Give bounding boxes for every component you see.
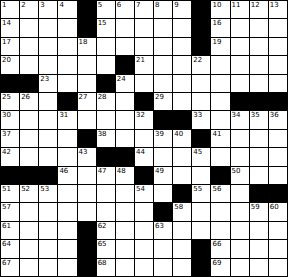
clue-number: 5 bbox=[98, 1, 102, 9]
clue-number: 69 bbox=[212, 259, 221, 267]
block-r6c13 bbox=[231, 93, 249, 110]
cell-r12c4[interactable] bbox=[58, 203, 76, 220]
cell-r3c2[interactable] bbox=[20, 38, 38, 55]
cell-r5c15[interactable] bbox=[269, 75, 287, 92]
cell-r11c3[interactable]: 53 bbox=[39, 185, 57, 202]
cell-r1c2[interactable]: 2 bbox=[20, 1, 38, 18]
clue-number: 59 bbox=[251, 203, 260, 211]
cell-r8c9[interactable]: 39 bbox=[154, 130, 172, 147]
cell-r1c8[interactable]: 7 bbox=[135, 1, 153, 18]
clue-number: 33 bbox=[193, 111, 202, 119]
cell-r15c7[interactable] bbox=[116, 259, 134, 276]
cell-r11c1[interactable]: 51 bbox=[1, 185, 19, 202]
crossword-board: 1234567891011121314151617181920212223242… bbox=[0, 0, 288, 277]
cell-r6c10[interactable] bbox=[173, 93, 191, 110]
block-r14c11 bbox=[192, 240, 210, 257]
clue-number: 20 bbox=[2, 56, 11, 64]
clue-number: 67 bbox=[2, 259, 11, 267]
cell-r1c15[interactable]: 13 bbox=[269, 1, 287, 18]
cell-r2c2[interactable] bbox=[20, 19, 38, 36]
block-r10c1 bbox=[1, 167, 19, 184]
cell-r11c5[interactable] bbox=[78, 185, 96, 202]
cell-r3c6[interactable] bbox=[97, 38, 115, 55]
block-r6c14 bbox=[250, 93, 268, 110]
cell-r5c11[interactable] bbox=[192, 75, 210, 92]
clue-number: 64 bbox=[2, 240, 11, 248]
clue-number: 1 bbox=[2, 1, 6, 9]
cell-r1c6[interactable]: 5 bbox=[97, 1, 115, 18]
cell-r8c13[interactable] bbox=[231, 130, 249, 147]
cell-r10c9[interactable]: 49 bbox=[154, 167, 172, 184]
clue-number: 42 bbox=[2, 148, 11, 156]
clue-number: 31 bbox=[59, 111, 68, 119]
block-r11c15 bbox=[269, 185, 287, 202]
cell-r14c12[interactable]: 66 bbox=[211, 240, 229, 257]
cell-r9c15[interactable] bbox=[269, 148, 287, 165]
clue-number: 28 bbox=[98, 93, 107, 101]
clue-number: 19 bbox=[212, 38, 221, 46]
clue-number: 13 bbox=[270, 1, 279, 9]
block-r9c7 bbox=[116, 148, 134, 165]
cell-r9c11[interactable]: 45 bbox=[192, 148, 210, 165]
cell-r5c5[interactable] bbox=[78, 75, 96, 92]
cell-r4c9[interactable] bbox=[154, 56, 172, 73]
cell-r12c11[interactable] bbox=[192, 203, 210, 220]
clue-number: 24 bbox=[117, 75, 126, 83]
cell-r3c10[interactable] bbox=[173, 38, 191, 55]
block-r6c4 bbox=[58, 93, 76, 110]
cell-r13c7[interactable] bbox=[116, 222, 134, 239]
block-r10c2 bbox=[20, 167, 38, 184]
cell-r4c14[interactable] bbox=[250, 56, 268, 73]
clue-number: 22 bbox=[193, 56, 202, 64]
cell-r1c13[interactable]: 11 bbox=[231, 1, 249, 18]
block-r6c15 bbox=[269, 93, 287, 110]
cell-r14c15[interactable] bbox=[269, 240, 287, 257]
cell-r4c1[interactable]: 20 bbox=[1, 56, 19, 73]
clue-number: 3 bbox=[40, 1, 44, 9]
cell-r11c6[interactable] bbox=[97, 185, 115, 202]
cell-r13c15[interactable] bbox=[269, 222, 287, 239]
clue-number: 60 bbox=[270, 203, 279, 211]
clue-number: 45 bbox=[193, 148, 202, 156]
clue-number: 40 bbox=[174, 130, 183, 138]
cell-r8c4[interactable] bbox=[58, 130, 76, 147]
clue-number: 52 bbox=[21, 185, 30, 193]
cell-r14c9[interactable] bbox=[154, 240, 172, 257]
cell-r9c8[interactable]: 44 bbox=[135, 148, 153, 165]
cell-r13c10[interactable] bbox=[173, 222, 191, 239]
clue-number: 43 bbox=[79, 148, 88, 156]
cell-r15c10[interactable] bbox=[173, 259, 191, 276]
clue-number: 48 bbox=[117, 167, 126, 175]
clue-number: 7 bbox=[136, 1, 140, 9]
cell-r13c13[interactable] bbox=[231, 222, 249, 239]
clue-number: 55 bbox=[193, 185, 202, 193]
clue-number: 65 bbox=[98, 240, 107, 248]
cell-r15c1[interactable]: 67 bbox=[1, 259, 19, 276]
cell-r15c9[interactable] bbox=[154, 259, 172, 276]
cell-r13c11[interactable] bbox=[192, 222, 210, 239]
cell-r12c14[interactable]: 59 bbox=[250, 203, 268, 220]
clue-number: 12 bbox=[251, 1, 260, 9]
clue-number: 4 bbox=[59, 1, 63, 9]
clue-number: 56 bbox=[212, 185, 221, 193]
cell-r12c1[interactable]: 57 bbox=[1, 203, 19, 220]
block-r10c8 bbox=[135, 167, 153, 184]
cell-r1c9[interactable]: 8 bbox=[154, 1, 172, 18]
cell-r8c10[interactable]: 40 bbox=[173, 130, 191, 147]
block-r2c5 bbox=[78, 19, 96, 36]
cell-r7c1[interactable]: 30 bbox=[1, 111, 19, 128]
cell-r6c1[interactable]: 25 bbox=[1, 93, 19, 110]
cell-r14c14[interactable] bbox=[250, 240, 268, 257]
cell-r10c10[interactable] bbox=[173, 167, 191, 184]
cell-r3c1[interactable]: 17 bbox=[1, 38, 19, 55]
clue-number: 26 bbox=[21, 93, 30, 101]
cell-r12c5[interactable] bbox=[78, 203, 96, 220]
cell-r3c15[interactable] bbox=[269, 38, 287, 55]
cell-r2c1[interactable]: 14 bbox=[1, 19, 19, 36]
cell-r9c14[interactable] bbox=[250, 148, 268, 165]
cell-r6c7[interactable] bbox=[116, 93, 134, 110]
cell-r9c5[interactable]: 43 bbox=[78, 148, 96, 165]
cell-r15c4[interactable] bbox=[58, 259, 76, 276]
block-r4c7 bbox=[116, 56, 134, 73]
cell-r14c3[interactable] bbox=[39, 240, 57, 257]
clue-number: 66 bbox=[212, 240, 221, 248]
cell-r1c12[interactable]: 10 bbox=[211, 1, 229, 18]
cell-r10c4[interactable]: 46 bbox=[58, 167, 76, 184]
cell-r2c6[interactable]: 15 bbox=[97, 19, 115, 36]
clue-number: 47 bbox=[98, 167, 107, 175]
block-r10c3 bbox=[39, 167, 57, 184]
block-r7c9 bbox=[154, 111, 172, 128]
cell-r2c4[interactable] bbox=[58, 19, 76, 36]
cell-r2c9[interactable] bbox=[154, 19, 172, 36]
clue-number: 62 bbox=[98, 222, 107, 230]
cell-r13c3[interactable] bbox=[39, 222, 57, 239]
cell-r3c12[interactable]: 19 bbox=[211, 38, 229, 55]
clue-number: 39 bbox=[155, 130, 164, 138]
clue-number: 58 bbox=[174, 203, 183, 211]
cell-r5c12[interactable] bbox=[211, 75, 229, 92]
cell-r7c7[interactable] bbox=[116, 111, 134, 128]
cell-r3c8[interactable] bbox=[135, 38, 153, 55]
cell-r2c8[interactable] bbox=[135, 19, 153, 36]
cell-r11c4[interactable] bbox=[58, 185, 76, 202]
clue-number: 46 bbox=[59, 167, 68, 175]
cell-r10c14[interactable] bbox=[250, 167, 268, 184]
cell-r8c12[interactable]: 41 bbox=[211, 130, 229, 147]
cell-r8c8[interactable] bbox=[135, 130, 153, 147]
cell-r8c15[interactable] bbox=[269, 130, 287, 147]
block-r11c14 bbox=[250, 185, 268, 202]
cell-r8c1[interactable]: 37 bbox=[1, 130, 19, 147]
cell-r5c10[interactable] bbox=[173, 75, 191, 92]
cell-r4c11[interactable]: 22 bbox=[192, 56, 210, 73]
clue-number: 36 bbox=[270, 111, 279, 119]
clue-number: 16 bbox=[212, 19, 221, 27]
block-r15c5 bbox=[78, 259, 96, 276]
cell-r15c14[interactable] bbox=[250, 259, 268, 276]
cell-r7c15[interactable]: 36 bbox=[269, 111, 287, 128]
cell-r1c1[interactable]: 1 bbox=[1, 1, 19, 18]
clue-number: 38 bbox=[98, 130, 107, 138]
block-r8c11 bbox=[192, 130, 210, 147]
cell-r15c12[interactable]: 69 bbox=[211, 259, 229, 276]
clue-number: 23 bbox=[40, 75, 49, 83]
cell-r11c2[interactable]: 52 bbox=[20, 185, 38, 202]
cell-r14c7[interactable] bbox=[116, 240, 134, 257]
cell-r6c5[interactable]: 27 bbox=[78, 93, 96, 110]
cell-r15c3[interactable] bbox=[39, 259, 57, 276]
block-r1c11 bbox=[192, 1, 210, 18]
cell-r12c8[interactable] bbox=[135, 203, 153, 220]
cell-r7c13[interactable]: 34 bbox=[231, 111, 249, 128]
cell-r4c5[interactable] bbox=[78, 56, 96, 73]
cell-r11c11[interactable]: 55 bbox=[192, 185, 210, 202]
cell-r10c7[interactable]: 48 bbox=[116, 167, 134, 184]
cell-r7c14[interactable]: 35 bbox=[250, 111, 268, 128]
cell-r13c8[interactable] bbox=[135, 222, 153, 239]
cell-r7c6[interactable] bbox=[97, 111, 115, 128]
block-r8c5 bbox=[78, 130, 96, 147]
block-r11c10 bbox=[173, 185, 191, 202]
clue-number: 2 bbox=[21, 1, 25, 9]
clue-number: 29 bbox=[155, 93, 164, 101]
clue-number: 9 bbox=[174, 1, 178, 9]
cell-r7c12[interactable] bbox=[211, 111, 229, 128]
block-r10c12 bbox=[211, 167, 229, 184]
cell-r7c11[interactable]: 33 bbox=[192, 111, 210, 128]
cell-r12c7[interactable] bbox=[116, 203, 134, 220]
cell-r14c2[interactable] bbox=[20, 240, 38, 257]
cell-r11c7[interactable] bbox=[116, 185, 134, 202]
block-r5c2 bbox=[20, 75, 38, 92]
cell-r6c6[interactable]: 28 bbox=[97, 93, 115, 110]
cell-r2c13[interactable] bbox=[231, 19, 249, 36]
clue-number: 15 bbox=[98, 19, 107, 27]
block-r1c5 bbox=[78, 1, 96, 18]
cell-r11c13[interactable] bbox=[231, 185, 249, 202]
clue-number: 49 bbox=[155, 167, 164, 175]
cell-r8c2[interactable] bbox=[20, 130, 38, 147]
cell-r11c8[interactable]: 54 bbox=[135, 185, 153, 202]
cell-r14c1[interactable]: 64 bbox=[1, 240, 19, 257]
cell-r2c14[interactable] bbox=[250, 19, 268, 36]
cell-r9c2[interactable] bbox=[20, 148, 38, 165]
clue-number: 25 bbox=[2, 93, 11, 101]
cell-r4c10[interactable] bbox=[173, 56, 191, 73]
cell-r10c6[interactable]: 47 bbox=[97, 167, 115, 184]
cell-r1c7[interactable]: 6 bbox=[116, 1, 134, 18]
cell-r13c12[interactable] bbox=[211, 222, 229, 239]
clue-number: 11 bbox=[232, 1, 241, 9]
cell-r3c3[interactable] bbox=[39, 38, 57, 55]
cell-r10c13[interactable]: 50 bbox=[231, 167, 249, 184]
clue-number: 44 bbox=[136, 148, 145, 156]
block-r9c6 bbox=[97, 148, 115, 165]
block-r5c6 bbox=[97, 75, 115, 92]
cell-r2c10[interactable] bbox=[173, 19, 191, 36]
clue-number: 27 bbox=[79, 93, 88, 101]
cell-r12c10[interactable]: 58 bbox=[173, 203, 191, 220]
clue-number: 53 bbox=[40, 185, 49, 193]
cell-r13c2[interactable] bbox=[20, 222, 38, 239]
cell-r13c14[interactable] bbox=[250, 222, 268, 239]
cell-r9c12[interactable] bbox=[211, 148, 229, 165]
cell-r5c7[interactable]: 24 bbox=[116, 75, 134, 92]
clue-number: 54 bbox=[136, 185, 145, 193]
cell-r9c13[interactable] bbox=[231, 148, 249, 165]
cell-r7c2[interactable] bbox=[20, 111, 38, 128]
cell-r4c8[interactable]: 21 bbox=[135, 56, 153, 73]
cell-r12c13[interactable] bbox=[231, 203, 249, 220]
cell-r6c2[interactable]: 26 bbox=[20, 93, 38, 110]
cell-r9c4[interactable] bbox=[58, 148, 76, 165]
cell-r4c12[interactable] bbox=[211, 56, 229, 73]
block-r12c9 bbox=[154, 203, 172, 220]
block-r6c8 bbox=[135, 93, 153, 110]
cell-r13c9[interactable]: 63 bbox=[154, 222, 172, 239]
cell-r4c2[interactable] bbox=[20, 56, 38, 73]
clue-number: 35 bbox=[251, 111, 260, 119]
clue-number: 8 bbox=[155, 1, 159, 9]
cell-r12c3[interactable] bbox=[39, 203, 57, 220]
cell-r6c3[interactable] bbox=[39, 93, 57, 110]
cell-r14c4[interactable] bbox=[58, 240, 76, 257]
clue-number: 57 bbox=[2, 203, 11, 211]
clue-number: 63 bbox=[155, 222, 164, 230]
cell-r1c4[interactable]: 4 bbox=[58, 1, 76, 18]
clue-number: 30 bbox=[2, 111, 11, 119]
cell-r2c12[interactable]: 16 bbox=[211, 19, 229, 36]
clue-number: 37 bbox=[2, 130, 11, 138]
cell-r4c15[interactable] bbox=[269, 56, 287, 73]
cell-r3c4[interactable] bbox=[58, 38, 76, 55]
clue-number: 18 bbox=[79, 38, 88, 46]
block-r13c5 bbox=[78, 222, 96, 239]
cell-r4c6[interactable] bbox=[97, 56, 115, 73]
cell-r8c6[interactable]: 38 bbox=[97, 130, 115, 147]
cell-r9c9[interactable] bbox=[154, 148, 172, 165]
cell-r1c10[interactable]: 9 bbox=[173, 1, 191, 18]
cell-r8c14[interactable] bbox=[250, 130, 268, 147]
cell-r2c3[interactable] bbox=[39, 19, 57, 36]
cell-r13c4[interactable] bbox=[58, 222, 76, 239]
cell-r14c10[interactable] bbox=[173, 240, 191, 257]
cell-r12c15[interactable]: 60 bbox=[269, 203, 287, 220]
cell-r7c4[interactable]: 31 bbox=[58, 111, 76, 128]
cell-r9c3[interactable] bbox=[39, 148, 57, 165]
cell-r3c7[interactable] bbox=[116, 38, 134, 55]
cell-r3c14[interactable] bbox=[250, 38, 268, 55]
cell-r5c8[interactable] bbox=[135, 75, 153, 92]
cell-r7c3[interactable] bbox=[39, 111, 57, 128]
block-r2c11 bbox=[192, 19, 210, 36]
cell-r4c3[interactable] bbox=[39, 56, 57, 73]
cell-r12c6[interactable] bbox=[97, 203, 115, 220]
cell-r12c12[interactable] bbox=[211, 203, 229, 220]
clue-number: 21 bbox=[136, 56, 145, 64]
clue-number: 14 bbox=[2, 19, 11, 27]
cell-r5c13[interactable] bbox=[231, 75, 249, 92]
cell-r15c13[interactable] bbox=[231, 259, 249, 276]
cell-r15c15[interactable] bbox=[269, 259, 287, 276]
clue-number: 68 bbox=[98, 259, 107, 267]
cell-r10c5[interactable] bbox=[78, 167, 96, 184]
clue-number: 61 bbox=[2, 222, 11, 230]
clue-number: 51 bbox=[2, 185, 11, 193]
cell-r5c14[interactable] bbox=[250, 75, 268, 92]
cell-r7c8[interactable]: 32 bbox=[135, 111, 153, 128]
cell-r11c9[interactable] bbox=[154, 185, 172, 202]
cell-r6c9[interactable]: 29 bbox=[154, 93, 172, 110]
clue-number: 6 bbox=[117, 1, 121, 9]
cell-r9c1[interactable]: 42 bbox=[1, 148, 19, 165]
cell-r12c2[interactable] bbox=[20, 203, 38, 220]
cell-r4c4[interactable] bbox=[58, 56, 76, 73]
cell-r6c12[interactable] bbox=[211, 93, 229, 110]
cell-r9c10[interactable] bbox=[173, 148, 191, 165]
cell-r13c1[interactable]: 61 bbox=[1, 222, 19, 239]
cell-r3c9[interactable] bbox=[154, 38, 172, 55]
cell-r15c2[interactable] bbox=[20, 259, 38, 276]
cell-r13c6[interactable]: 62 bbox=[97, 222, 115, 239]
block-r15c11 bbox=[192, 259, 210, 276]
block-r7c10 bbox=[173, 111, 191, 128]
cell-r5c9[interactable] bbox=[154, 75, 172, 92]
clue-number: 50 bbox=[232, 167, 241, 175]
cell-r1c14[interactable]: 12 bbox=[250, 1, 268, 18]
clue-number: 10 bbox=[212, 1, 221, 9]
cell-r15c6[interactable]: 68 bbox=[97, 259, 115, 276]
cell-r10c11[interactable] bbox=[192, 167, 210, 184]
block-r14c5 bbox=[78, 240, 96, 257]
cell-r10c15[interactable] bbox=[269, 167, 287, 184]
clue-number: 32 bbox=[136, 111, 145, 119]
cell-r11c12[interactable]: 56 bbox=[211, 185, 229, 202]
cell-r14c6[interactable]: 65 bbox=[97, 240, 115, 257]
cell-r5c4[interactable] bbox=[58, 75, 76, 92]
block-r5c1 bbox=[1, 75, 19, 92]
clue-number: 17 bbox=[2, 38, 11, 46]
cell-r6c11[interactable] bbox=[192, 93, 210, 110]
cell-r15c8[interactable] bbox=[135, 259, 153, 276]
cell-r4c13[interactable] bbox=[231, 56, 249, 73]
cell-r7c5[interactable] bbox=[78, 111, 96, 128]
clue-number: 34 bbox=[232, 111, 241, 119]
cell-r8c7[interactable] bbox=[116, 130, 134, 147]
cell-r3c5[interactable]: 18 bbox=[78, 38, 96, 55]
cell-r5c3[interactable]: 23 bbox=[39, 75, 57, 92]
cell-r14c13[interactable] bbox=[231, 240, 249, 257]
cell-r3c13[interactable] bbox=[231, 38, 249, 55]
cell-r2c7[interactable] bbox=[116, 19, 134, 36]
block-r3c11 bbox=[192, 38, 210, 55]
clue-number: 41 bbox=[212, 130, 221, 138]
cell-r1c3[interactable]: 3 bbox=[39, 1, 57, 18]
cell-r2c15[interactable] bbox=[269, 19, 287, 36]
cell-r14c8[interactable] bbox=[135, 240, 153, 257]
cell-r8c3[interactable] bbox=[39, 130, 57, 147]
